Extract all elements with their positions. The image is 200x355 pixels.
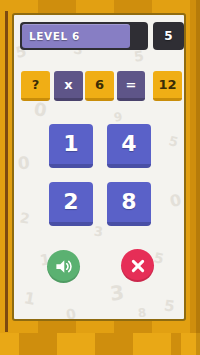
- background-left-stripe: [5, 11, 8, 332]
- game-panel: 503510592031531058 LEVEL 6 5 ? x 6 = 12 …: [12, 13, 186, 321]
- background-right-shade: [196, 0, 200, 355]
- equation-equals-tile: =: [117, 71, 145, 101]
- answer-options-grid: 1 4 2 8: [49, 124, 151, 226]
- game-screen: 503510592031531058 LEVEL 6 5 ? x 6 = 12 …: [0, 0, 200, 355]
- equation-operand-tile: 6: [85, 71, 114, 101]
- answer-option-8[interactable]: 8: [107, 182, 151, 226]
- equation-result-tile: 12: [153, 71, 182, 101]
- counter-badge: 5: [153, 22, 184, 50]
- equation-missing-operand-tile: ?: [21, 71, 50, 101]
- answer-option-4[interactable]: 4: [107, 124, 151, 168]
- background-bricks: [0, 333, 200, 355]
- equation-operator-tile: x: [54, 71, 83, 101]
- close-button[interactable]: [121, 249, 154, 282]
- level-progress-bar: LEVEL 6: [20, 22, 148, 50]
- answer-option-2[interactable]: 2: [49, 182, 93, 226]
- answer-option-1[interactable]: 1: [49, 124, 93, 168]
- x-icon: [130, 258, 146, 274]
- level-label: LEVEL 6: [29, 22, 80, 50]
- speaker-icon: [54, 257, 73, 276]
- sound-button[interactable]: [47, 250, 80, 283]
